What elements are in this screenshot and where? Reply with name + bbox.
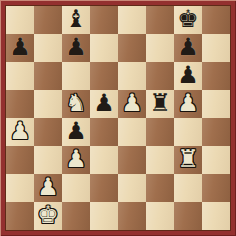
square-a7[interactable]: ♟ — [6, 34, 34, 62]
square-g2[interactable] — [174, 174, 202, 202]
square-h5[interactable] — [202, 90, 230, 118]
square-g4[interactable] — [174, 118, 202, 146]
square-g3[interactable]: ♜ — [174, 146, 202, 174]
board-frame: ♝♚♟♟♟♟♞♟♟♜♟♟♟♟♜♟♚ — [0, 0, 236, 236]
square-c8[interactable]: ♝ — [62, 6, 90, 34]
square-a3[interactable] — [6, 146, 34, 174]
square-h8[interactable] — [202, 6, 230, 34]
square-c2[interactable] — [62, 174, 90, 202]
square-h7[interactable] — [202, 34, 230, 62]
square-f6[interactable] — [146, 62, 174, 90]
square-h2[interactable] — [202, 174, 230, 202]
square-g7[interactable]: ♟ — [174, 34, 202, 62]
square-e2[interactable] — [118, 174, 146, 202]
square-c7[interactable]: ♟ — [62, 34, 90, 62]
square-c4[interactable]: ♟ — [62, 118, 90, 146]
black-pawn-g7[interactable]: ♟ — [177, 33, 199, 61]
white-king-b1[interactable]: ♚ — [37, 201, 59, 229]
square-f7[interactable] — [146, 34, 174, 62]
square-e4[interactable] — [118, 118, 146, 146]
square-e8[interactable] — [118, 6, 146, 34]
square-h3[interactable] — [202, 146, 230, 174]
square-d6[interactable] — [90, 62, 118, 90]
square-c5[interactable]: ♞ — [62, 90, 90, 118]
square-g1[interactable] — [174, 202, 202, 230]
square-b5[interactable] — [34, 90, 62, 118]
square-b7[interactable] — [34, 34, 62, 62]
square-d3[interactable] — [90, 146, 118, 174]
white-rook-g3[interactable]: ♜ — [177, 145, 199, 173]
black-pawn-c7[interactable]: ♟ — [65, 33, 87, 61]
square-g5[interactable]: ♟ — [174, 90, 202, 118]
black-pawn-a7[interactable]: ♟ — [9, 33, 31, 61]
white-pawn-c3[interactable]: ♟ — [65, 145, 87, 173]
square-h1[interactable] — [202, 202, 230, 230]
square-c3[interactable]: ♟ — [62, 146, 90, 174]
white-pawn-g5[interactable]: ♟ — [177, 89, 199, 117]
square-e6[interactable] — [118, 62, 146, 90]
square-c1[interactable] — [62, 202, 90, 230]
black-king-g8[interactable]: ♚ — [177, 5, 199, 33]
black-pawn-g6[interactable]: ♟ — [177, 61, 199, 89]
black-pawn-d5[interactable]: ♟ — [93, 89, 115, 117]
square-a1[interactable] — [6, 202, 34, 230]
square-b3[interactable] — [34, 146, 62, 174]
square-g6[interactable]: ♟ — [174, 62, 202, 90]
square-b2[interactable]: ♟ — [34, 174, 62, 202]
black-bishop-c8[interactable]: ♝ — [65, 5, 87, 33]
square-d7[interactable] — [90, 34, 118, 62]
white-pawn-e5[interactable]: ♟ — [121, 89, 143, 117]
black-pawn-c4[interactable]: ♟ — [65, 117, 87, 145]
square-f2[interactable] — [146, 174, 174, 202]
square-f1[interactable] — [146, 202, 174, 230]
square-b8[interactable] — [34, 6, 62, 34]
square-c6[interactable] — [62, 62, 90, 90]
square-b1[interactable]: ♚ — [34, 202, 62, 230]
square-e5[interactable]: ♟ — [118, 90, 146, 118]
square-f4[interactable] — [146, 118, 174, 146]
square-e7[interactable] — [118, 34, 146, 62]
black-rook-f5[interactable]: ♜ — [149, 89, 171, 117]
square-h6[interactable] — [202, 62, 230, 90]
white-pawn-b2[interactable]: ♟ — [37, 173, 59, 201]
square-f8[interactable] — [146, 6, 174, 34]
square-a6[interactable] — [6, 62, 34, 90]
square-d1[interactable] — [90, 202, 118, 230]
square-d8[interactable] — [90, 6, 118, 34]
square-a5[interactable] — [6, 90, 34, 118]
white-pawn-a4[interactable]: ♟ — [9, 117, 31, 145]
square-a4[interactable]: ♟ — [6, 118, 34, 146]
square-a2[interactable] — [6, 174, 34, 202]
square-d4[interactable] — [90, 118, 118, 146]
square-d2[interactable] — [90, 174, 118, 202]
square-g8[interactable]: ♚ — [174, 6, 202, 34]
square-b6[interactable] — [34, 62, 62, 90]
white-knight-c5[interactable]: ♞ — [65, 89, 87, 117]
square-e3[interactable] — [118, 146, 146, 174]
square-a8[interactable] — [6, 6, 34, 34]
square-d5[interactable]: ♟ — [90, 90, 118, 118]
square-h4[interactable] — [202, 118, 230, 146]
square-f5[interactable]: ♜ — [146, 90, 174, 118]
square-b4[interactable] — [34, 118, 62, 146]
square-e1[interactable] — [118, 202, 146, 230]
chess-board: ♝♚♟♟♟♟♞♟♟♜♟♟♟♟♜♟♚ — [6, 6, 230, 230]
square-f3[interactable] — [146, 146, 174, 174]
